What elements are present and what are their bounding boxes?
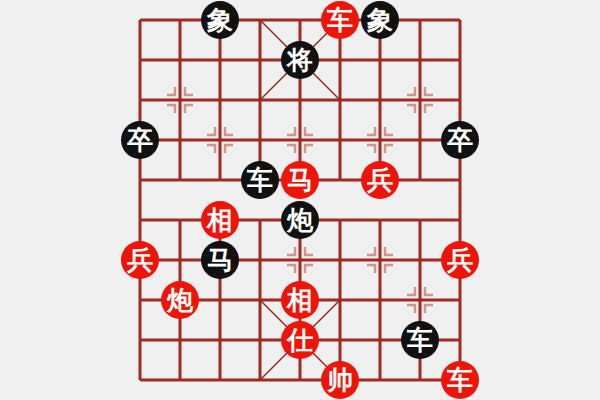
piece-black-chariot[interactable]: 车 [401,321,439,359]
xiangqi-board: 象车象将卒卒车马兵相炮兵马兵炮相仕车帅车 [0,0,600,400]
piece-black-general[interactable]: 将 [281,41,319,79]
piece-red-chariot[interactable]: 车 [441,361,479,399]
piece-black-chariot[interactable]: 车 [241,161,279,199]
piece-black-pawn[interactable]: 卒 [121,121,159,159]
piece-black-elephant[interactable]: 象 [201,1,239,39]
piece-red-elephant[interactable]: 相 [201,201,239,239]
piece-black-pawn[interactable]: 卒 [441,121,479,159]
piece-red-chariot[interactable]: 车 [321,1,359,39]
piece-red-pawn[interactable]: 兵 [441,241,479,279]
piece-black-horse[interactable]: 马 [201,241,239,279]
piece-red-pawn[interactable]: 兵 [361,161,399,199]
piece-red-elephant[interactable]: 相 [281,281,319,319]
piece-black-cannon[interactable]: 炮 [281,201,319,239]
piece-red-advisor[interactable]: 仕 [281,321,319,359]
piece-black-elephant[interactable]: 象 [361,1,399,39]
piece-red-horse[interactable]: 马 [281,161,319,199]
piece-red-cannon[interactable]: 炮 [161,281,199,319]
piece-red-general[interactable]: 帅 [321,361,359,399]
piece-layer: 象车象将卒卒车马兵相炮兵马兵炮相仕车帅车 [120,0,480,400]
piece-red-pawn[interactable]: 兵 [121,241,159,279]
